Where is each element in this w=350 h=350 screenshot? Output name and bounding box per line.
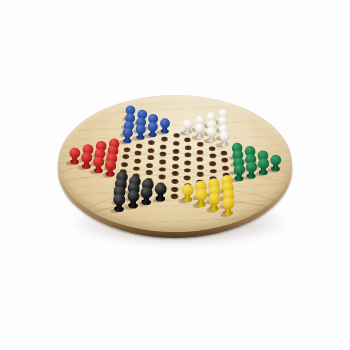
peg-ball: [233, 164, 245, 176]
peg-ball: [93, 156, 104, 167]
board-hole[interactable]: [209, 161, 216, 166]
peg-ball: [141, 186, 153, 198]
peg-white[interactable]: [182, 119, 194, 135]
peg-yellow[interactable]: [194, 188, 209, 207]
peg-ball: [135, 124, 145, 134]
board-hole[interactable]: [134, 158, 141, 163]
board-hole[interactable]: [184, 168, 191, 173]
peg-white[interactable]: [206, 127, 218, 143]
peg-grid: [0, 0, 350, 350]
peg-white[interactable]: [194, 123, 206, 139]
board-hole[interactable]: [173, 133, 180, 137]
board-hole[interactable]: [121, 162, 128, 167]
peg-blue[interactable]: [121, 128, 134, 144]
board-hole[interactable]: [209, 169, 216, 174]
peg-ball: [113, 193, 126, 206]
peg-ball: [207, 127, 217, 137]
board-hole[interactable]: [184, 175, 191, 180]
peg-black[interactable]: [126, 190, 141, 209]
peg-black[interactable]: [112, 193, 127, 212]
peg-ball: [183, 119, 193, 129]
peg-yellow[interactable]: [180, 184, 195, 203]
peg-green[interactable]: [257, 158, 271, 175]
peg-ball: [147, 121, 157, 131]
board-hole[interactable]: [197, 157, 204, 162]
board-hole[interactable]: [171, 171, 178, 176]
peg-ball: [181, 184, 193, 196]
board-hole[interactable]: [160, 144, 167, 149]
board-hole[interactable]: [171, 164, 178, 169]
peg-white[interactable]: [218, 131, 231, 147]
board-hole[interactable]: [172, 141, 179, 146]
peg-blue[interactable]: [134, 124, 146, 140]
board-hole[interactable]: [146, 163, 153, 168]
board-hole[interactable]: [184, 145, 191, 150]
board-hole[interactable]: [136, 143, 143, 148]
board-hole[interactable]: [123, 147, 130, 152]
peg-ball: [105, 160, 117, 172]
peg-ball: [160, 118, 170, 128]
board-hole[interactable]: [222, 165, 229, 170]
board-hole[interactable]: [197, 142, 204, 147]
board-hole[interactable]: [159, 159, 166, 164]
board-hole[interactable]: [221, 150, 228, 155]
board-hole[interactable]: [197, 172, 204, 177]
board-hole[interactable]: [184, 160, 191, 165]
board-hole[interactable]: [159, 167, 166, 172]
board-hole[interactable]: [158, 174, 165, 179]
peg-ball: [246, 161, 257, 172]
board-hole[interactable]: [133, 166, 140, 171]
board-hole[interactable]: [197, 149, 204, 154]
board-hole[interactable]: [171, 179, 178, 184]
board-hole[interactable]: [221, 158, 228, 163]
peg-ball: [123, 128, 134, 139]
board-hole[interactable]: [172, 156, 179, 161]
board-hole[interactable]: [170, 194, 178, 199]
peg-ball: [127, 190, 139, 202]
board-hole[interactable]: [148, 148, 155, 153]
peg-yellow[interactable]: [221, 197, 236, 216]
board-hole[interactable]: [147, 155, 154, 160]
board-hole[interactable]: [135, 151, 142, 156]
board-hole[interactable]: [197, 164, 204, 169]
peg-green[interactable]: [245, 161, 259, 179]
board-hole[interactable]: [172, 148, 179, 153]
board-hole[interactable]: [185, 138, 192, 142]
peg-ball: [270, 155, 281, 166]
board-hole[interactable]: [209, 154, 216, 159]
peg-black[interactable]: [153, 183, 168, 202]
peg-green[interactable]: [269, 154, 282, 171]
peg-blue[interactable]: [158, 118, 170, 134]
board-hole[interactable]: [146, 170, 153, 175]
peg-ball: [69, 147, 80, 158]
peg-ball: [219, 131, 230, 142]
board-hole[interactable]: [160, 152, 167, 157]
peg-ball: [222, 197, 235, 210]
peg-green[interactable]: [232, 164, 246, 182]
peg-blue[interactable]: [146, 121, 158, 137]
peg-ball: [208, 192, 220, 204]
peg-ball: [155, 183, 167, 195]
board-hole[interactable]: [170, 186, 178, 191]
peg-ball: [195, 123, 205, 133]
board-hole[interactable]: [184, 153, 191, 158]
peg-yellow[interactable]: [207, 192, 222, 211]
peg-ball: [81, 152, 92, 163]
board-hole[interactable]: [148, 140, 155, 145]
board-hole[interactable]: [209, 146, 216, 151]
peg-ball: [258, 158, 269, 169]
chinese-checkers-product-photo: [0, 0, 350, 350]
peg-ball: [195, 188, 207, 200]
peg-black[interactable]: [140, 186, 155, 205]
board-hole[interactable]: [161, 137, 168, 141]
board-hole[interactable]: [122, 154, 129, 159]
